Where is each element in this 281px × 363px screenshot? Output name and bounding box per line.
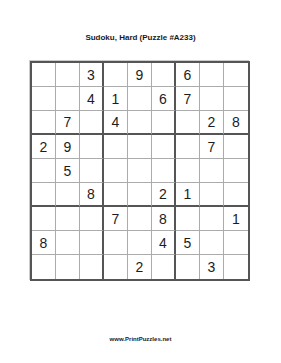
cell-r2c3: 4: [80, 87, 104, 111]
cell-r5c6: [152, 159, 176, 183]
cell-r3c4: 4: [104, 111, 128, 135]
cell-r7c3: [80, 207, 104, 231]
cell-r9c4: [104, 255, 128, 279]
cell-r9c8: 3: [200, 255, 224, 279]
cell-r1c2: [56, 63, 80, 87]
cell-r9c5: 2: [128, 255, 152, 279]
puzzle-title: Sudoku, Hard (Puzzle #A233): [0, 33, 281, 42]
cell-r9c7: [176, 255, 200, 279]
cell-r1c8: [200, 63, 224, 87]
cell-r8c7: 5: [176, 231, 200, 255]
cell-r9c1: [32, 255, 56, 279]
cell-r3c1: [32, 111, 56, 135]
cell-r1c5: 9: [128, 63, 152, 87]
cell-r8c1: 8: [32, 231, 56, 255]
cell-r7c6: 8: [152, 207, 176, 231]
cell-r7c1: [32, 207, 56, 231]
cell-r1c7: 6: [176, 63, 200, 87]
cell-r4c4: [104, 135, 128, 159]
cell-r5c4: [104, 159, 128, 183]
cell-r4c8: 7: [200, 135, 224, 159]
cell-r7c2: [56, 207, 80, 231]
cell-r5c5: [128, 159, 152, 183]
cell-r9c3: [80, 255, 104, 279]
cell-r2c8: [200, 87, 224, 111]
cell-r1c6: [152, 63, 176, 87]
cell-r4c9: [224, 135, 248, 159]
cell-r4c1: 2: [32, 135, 56, 159]
sudoku-board: 39641677428297582178184523: [30, 61, 250, 281]
cell-r5c7: [176, 159, 200, 183]
cell-r4c3: [80, 135, 104, 159]
cell-r8c3: [80, 231, 104, 255]
cell-r9c6: [152, 255, 176, 279]
cell-r4c7: [176, 135, 200, 159]
cell-r1c4: [104, 63, 128, 87]
cell-r2c4: 1: [104, 87, 128, 111]
cell-r8c5: [128, 231, 152, 255]
cell-r4c2: 9: [56, 135, 80, 159]
cell-r1c9: [224, 63, 248, 87]
cell-r7c8: [200, 207, 224, 231]
cell-r6c3: 8: [80, 183, 104, 207]
cell-r7c5: [128, 207, 152, 231]
cell-r1c1: [32, 63, 56, 87]
cell-r6c4: [104, 183, 128, 207]
cell-r6c7: 1: [176, 183, 200, 207]
cell-r3c2: 7: [56, 111, 80, 135]
cell-r9c9: [224, 255, 248, 279]
cell-r5c9: [224, 159, 248, 183]
cell-r4c5: [128, 135, 152, 159]
cell-r8c2: [56, 231, 80, 255]
cell-r5c2: 5: [56, 159, 80, 183]
cell-r1c3: 3: [80, 63, 104, 87]
cell-r7c4: 7: [104, 207, 128, 231]
cell-r7c9: 1: [224, 207, 248, 231]
cell-r8c9: [224, 231, 248, 255]
cell-r5c1: [32, 159, 56, 183]
cell-r3c6: [152, 111, 176, 135]
cell-r6c9: [224, 183, 248, 207]
cell-r6c5: [128, 183, 152, 207]
cell-r4c6: [152, 135, 176, 159]
cell-r8c6: 4: [152, 231, 176, 255]
site-credit: www.PrintPuzzles.net: [0, 336, 281, 342]
cell-r6c6: 2: [152, 183, 176, 207]
cell-r5c3: [80, 159, 104, 183]
cell-r6c1: [32, 183, 56, 207]
cell-r3c3: [80, 111, 104, 135]
cell-r2c6: 6: [152, 87, 176, 111]
cell-r3c8: 2: [200, 111, 224, 135]
cell-r2c9: [224, 87, 248, 111]
cell-r9c2: [56, 255, 80, 279]
cell-r8c8: [200, 231, 224, 255]
cell-r2c2: [56, 87, 80, 111]
cell-r2c5: [128, 87, 152, 111]
cell-r6c2: [56, 183, 80, 207]
cell-r2c7: 7: [176, 87, 200, 111]
cell-r3c7: [176, 111, 200, 135]
cell-r3c9: 8: [224, 111, 248, 135]
cell-r6c8: [200, 183, 224, 207]
cell-r7c7: [176, 207, 200, 231]
cell-r3c5: [128, 111, 152, 135]
page: Sudoku, Hard (Puzzle #A233) 396416774282…: [0, 0, 281, 363]
cell-r2c1: [32, 87, 56, 111]
cell-r8c4: [104, 231, 128, 255]
cell-r5c8: [200, 159, 224, 183]
